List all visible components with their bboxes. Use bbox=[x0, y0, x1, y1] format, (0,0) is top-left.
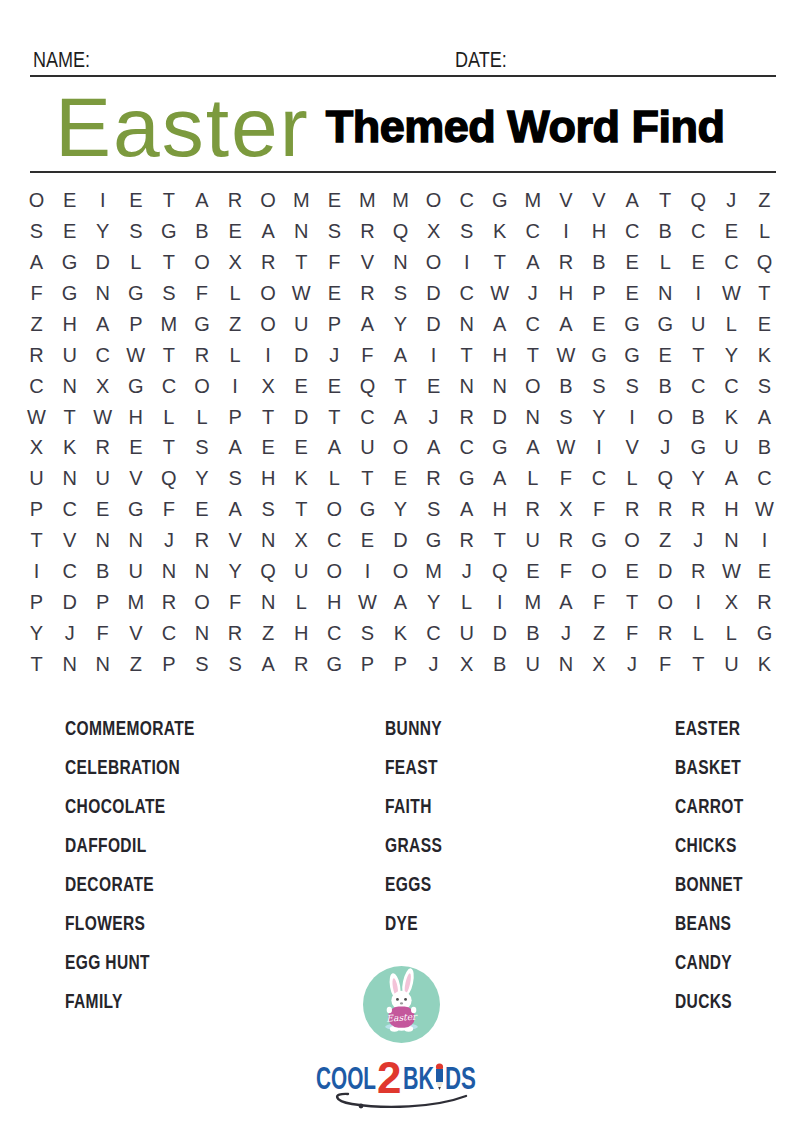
grid-cell[interactable]: N bbox=[252, 525, 285, 556]
grid-cell[interactable]: N bbox=[119, 525, 152, 556]
grid-cell[interactable]: D bbox=[417, 309, 450, 340]
grid-cell[interactable]: R bbox=[351, 216, 384, 247]
grid-cell[interactable]: D bbox=[53, 586, 86, 617]
grid-cell[interactable]: V bbox=[53, 525, 86, 556]
grid-cell[interactable]: E bbox=[417, 370, 450, 401]
grid-cell[interactable]: T bbox=[682, 339, 715, 370]
grid-cell[interactable]: U bbox=[119, 556, 152, 587]
grid-cell[interactable]: M bbox=[417, 556, 450, 587]
grid-cell[interactable]: B bbox=[86, 556, 119, 587]
grid-cell[interactable]: G bbox=[119, 278, 152, 309]
grid-cell[interactable]: J bbox=[649, 432, 682, 463]
grid-cell[interactable]: J bbox=[549, 617, 582, 648]
grid-cell[interactable]: T bbox=[450, 339, 483, 370]
grid-cell[interactable]: P bbox=[20, 586, 53, 617]
grid-cell[interactable]: D bbox=[483, 617, 516, 648]
grid-cell[interactable]: G bbox=[582, 339, 615, 370]
grid-cell[interactable]: S bbox=[252, 494, 285, 525]
grid-cell[interactable]: A bbox=[219, 494, 252, 525]
grid-cell[interactable]: B bbox=[516, 617, 549, 648]
grid-cell[interactable]: G bbox=[582, 525, 615, 556]
grid-cell[interactable]: R bbox=[20, 339, 53, 370]
grid-cell[interactable]: J bbox=[616, 648, 649, 679]
grid-cell[interactable]: T bbox=[53, 401, 86, 432]
grid-cell[interactable]: X bbox=[252, 370, 285, 401]
grid-cell[interactable]: E bbox=[119, 432, 152, 463]
grid-cell[interactable]: O bbox=[384, 556, 417, 587]
grid-cell[interactable]: R bbox=[748, 586, 781, 617]
grid-cell[interactable]: V bbox=[119, 463, 152, 494]
grid-cell[interactable]: E bbox=[351, 525, 384, 556]
grid-cell[interactable]: A bbox=[417, 432, 450, 463]
grid-cell[interactable]: E bbox=[285, 370, 318, 401]
grid-cell[interactable]: G bbox=[318, 648, 351, 679]
grid-cell[interactable]: L bbox=[516, 463, 549, 494]
grid-cell[interactable]: E bbox=[649, 339, 682, 370]
grid-cell[interactable]: Y bbox=[219, 556, 252, 587]
grid-cell[interactable]: T bbox=[682, 648, 715, 679]
grid-cell[interactable]: X bbox=[86, 370, 119, 401]
grid-cell[interactable]: H bbox=[252, 463, 285, 494]
grid-cell[interactable]: U bbox=[715, 648, 748, 679]
grid-cell[interactable]: R bbox=[682, 556, 715, 587]
grid-cell[interactable]: C bbox=[86, 339, 119, 370]
grid-cell[interactable]: A bbox=[384, 339, 417, 370]
grid-cell[interactable]: N bbox=[53, 648, 86, 679]
grid-cell[interactable]: U bbox=[715, 432, 748, 463]
grid-cell[interactable]: Z bbox=[20, 309, 53, 340]
grid-cell[interactable]: Y bbox=[384, 494, 417, 525]
grid-cell[interactable]: Y bbox=[185, 463, 218, 494]
grid-cell[interactable]: A bbox=[384, 586, 417, 617]
grid-cell[interactable]: E bbox=[384, 463, 417, 494]
grid-cell[interactable]: X bbox=[20, 432, 53, 463]
grid-cell[interactable]: A bbox=[483, 463, 516, 494]
grid-cell[interactable]: K bbox=[285, 463, 318, 494]
grid-cell[interactable]: T bbox=[152, 247, 185, 278]
grid-cell[interactable]: J bbox=[152, 525, 185, 556]
grid-cell[interactable]: C bbox=[318, 525, 351, 556]
grid-cell[interactable]: J bbox=[417, 648, 450, 679]
grid-cell[interactable]: N bbox=[285, 216, 318, 247]
grid-cell[interactable]: M bbox=[119, 586, 152, 617]
grid-cell[interactable]: T bbox=[649, 185, 682, 216]
grid-cell[interactable]: S bbox=[219, 463, 252, 494]
grid-cell[interactable]: S bbox=[384, 278, 417, 309]
word-list-item[interactable]: DYE bbox=[385, 903, 462, 942]
grid-cell[interactable]: A bbox=[549, 586, 582, 617]
grid-cell[interactable]: K bbox=[715, 401, 748, 432]
word-list-item[interactable]: BASKET bbox=[675, 747, 768, 786]
grid-cell[interactable]: P bbox=[318, 309, 351, 340]
grid-cell[interactable]: S bbox=[417, 494, 450, 525]
grid-cell[interactable]: X bbox=[582, 648, 615, 679]
grid-cell[interactable]: T bbox=[516, 339, 549, 370]
grid-cell[interactable]: T bbox=[483, 247, 516, 278]
grid-cell[interactable]: U bbox=[516, 525, 549, 556]
grid-cell[interactable]: U bbox=[682, 309, 715, 340]
grid-cell[interactable]: L bbox=[219, 278, 252, 309]
grid-cell[interactable]: L bbox=[616, 463, 649, 494]
grid-cell[interactable]: C bbox=[748, 463, 781, 494]
grid-cell[interactable]: D bbox=[285, 401, 318, 432]
grid-cell[interactable]: E bbox=[318, 370, 351, 401]
grid-cell[interactable]: H bbox=[715, 494, 748, 525]
grid-cell[interactable]: N bbox=[53, 463, 86, 494]
grid-cell[interactable]: F bbox=[185, 278, 218, 309]
grid-cell[interactable]: D bbox=[384, 525, 417, 556]
grid-cell[interactable]: N bbox=[516, 401, 549, 432]
grid-cell[interactable]: W bbox=[748, 494, 781, 525]
grid-cell[interactable]: N bbox=[185, 617, 218, 648]
grid-cell[interactable]: I bbox=[582, 432, 615, 463]
grid-cell[interactable]: N bbox=[185, 556, 218, 587]
grid-cell[interactable]: O bbox=[20, 185, 53, 216]
grid-cell[interactable]: S bbox=[20, 216, 53, 247]
grid-cell[interactable]: B bbox=[185, 216, 218, 247]
grid-cell[interactable]: B bbox=[649, 370, 682, 401]
grid-cell[interactable]: Q bbox=[649, 463, 682, 494]
grid-cell[interactable]: A bbox=[516, 432, 549, 463]
word-list-item[interactable]: DUCKS bbox=[675, 981, 768, 1020]
grid-cell[interactable]: Y bbox=[86, 216, 119, 247]
grid-cell[interactable]: G bbox=[351, 494, 384, 525]
grid-cell[interactable]: U bbox=[351, 432, 384, 463]
grid-cell[interactable]: V bbox=[549, 185, 582, 216]
grid-cell[interactable]: T bbox=[483, 525, 516, 556]
grid-cell[interactable]: E bbox=[252, 432, 285, 463]
word-list-item[interactable]: BUNNY bbox=[385, 708, 462, 747]
grid-cell[interactable]: B bbox=[483, 648, 516, 679]
word-list-item[interactable]: COMMEMORATE bbox=[65, 708, 240, 747]
grid-cell[interactable]: H bbox=[318, 586, 351, 617]
grid-cell[interactable]: P bbox=[384, 648, 417, 679]
grid-cell[interactable]: G bbox=[53, 278, 86, 309]
grid-cell[interactable]: H bbox=[483, 339, 516, 370]
grid-cell[interactable]: L bbox=[649, 247, 682, 278]
grid-cell[interactable]: L bbox=[715, 309, 748, 340]
grid-cell[interactable]: O bbox=[185, 586, 218, 617]
grid-cell[interactable]: S bbox=[748, 370, 781, 401]
grid-cell[interactable]: N bbox=[86, 525, 119, 556]
grid-cell[interactable]: A bbox=[748, 401, 781, 432]
grid-cell[interactable]: C bbox=[516, 216, 549, 247]
grid-cell[interactable]: C bbox=[715, 247, 748, 278]
grid-cell[interactable]: R bbox=[252, 247, 285, 278]
grid-cell[interactable]: A bbox=[86, 309, 119, 340]
grid-cell[interactable]: L bbox=[185, 401, 218, 432]
grid-cell[interactable]: F bbox=[582, 494, 615, 525]
grid-cell[interactable]: R bbox=[549, 525, 582, 556]
grid-cell[interactable]: G bbox=[185, 309, 218, 340]
grid-cell[interactable]: C bbox=[53, 494, 86, 525]
grid-cell[interactable]: K bbox=[748, 339, 781, 370]
grid-cell[interactable]: V bbox=[119, 617, 152, 648]
grid-cell[interactable]: E bbox=[582, 309, 615, 340]
grid-cell[interactable]: D bbox=[417, 278, 450, 309]
grid-cell[interactable]: U bbox=[516, 648, 549, 679]
grid-cell[interactable]: F bbox=[616, 617, 649, 648]
grid-cell[interactable]: E bbox=[715, 216, 748, 247]
grid-cell[interactable]: E bbox=[53, 185, 86, 216]
word-list-item[interactable]: FLOWERS bbox=[65, 903, 240, 942]
word-list-item[interactable]: CHOCOLATE bbox=[65, 786, 240, 825]
grid-cell[interactable]: L bbox=[748, 216, 781, 247]
name-date-line[interactable] bbox=[30, 75, 776, 77]
grid-cell[interactable]: I bbox=[417, 339, 450, 370]
grid-cell[interactable]: C bbox=[682, 216, 715, 247]
grid-cell[interactable]: S bbox=[318, 216, 351, 247]
grid-cell[interactable]: I bbox=[748, 525, 781, 556]
grid-cell[interactable]: S bbox=[119, 216, 152, 247]
grid-cell[interactable]: T bbox=[152, 339, 185, 370]
grid-cell[interactable]: X bbox=[417, 216, 450, 247]
grid-cell[interactable]: N bbox=[86, 278, 119, 309]
grid-cell[interactable]: W bbox=[549, 432, 582, 463]
grid-cell[interactable]: Z bbox=[219, 309, 252, 340]
grid-cell[interactable]: C bbox=[450, 278, 483, 309]
grid-cell[interactable]: N bbox=[483, 370, 516, 401]
grid-cell[interactable]: C bbox=[152, 370, 185, 401]
grid-cell[interactable]: Z bbox=[252, 617, 285, 648]
grid-cell[interactable]: Q bbox=[152, 463, 185, 494]
word-list-item[interactable]: FAITH bbox=[385, 786, 462, 825]
word-list-item[interactable]: CHICKS bbox=[675, 825, 768, 864]
grid-cell[interactable]: S bbox=[185, 648, 218, 679]
grid-cell[interactable]: I bbox=[351, 556, 384, 587]
grid-cell[interactable]: O bbox=[616, 525, 649, 556]
grid-cell[interactable]: L bbox=[715, 617, 748, 648]
grid-cell[interactable]: Q bbox=[682, 185, 715, 216]
grid-cell[interactable]: F bbox=[351, 339, 384, 370]
grid-cell[interactable]: Y bbox=[384, 309, 417, 340]
grid-cell[interactable]: K bbox=[483, 216, 516, 247]
grid-cell[interactable]: M bbox=[516, 586, 549, 617]
grid-cell[interactable]: R bbox=[616, 494, 649, 525]
grid-cell[interactable]: E bbox=[682, 247, 715, 278]
grid-cell[interactable]: C bbox=[152, 617, 185, 648]
grid-cell[interactable]: G bbox=[119, 370, 152, 401]
grid-cell[interactable]: A bbox=[715, 463, 748, 494]
grid-cell[interactable]: M bbox=[285, 185, 318, 216]
grid-cell[interactable]: F bbox=[20, 278, 53, 309]
grid-cell[interactable]: Q bbox=[748, 247, 781, 278]
grid-cell[interactable]: E bbox=[285, 432, 318, 463]
grid-cell[interactable]: M bbox=[384, 185, 417, 216]
grid-cell[interactable]: W bbox=[549, 339, 582, 370]
grid-cell[interactable]: N bbox=[86, 648, 119, 679]
grid-cell[interactable]: F bbox=[86, 617, 119, 648]
grid-cell[interactable]: T bbox=[351, 463, 384, 494]
grid-cell[interactable]: G bbox=[616, 309, 649, 340]
grid-cell[interactable]: N bbox=[252, 586, 285, 617]
grid-cell[interactable]: H bbox=[549, 278, 582, 309]
word-list-item[interactable]: CANDY bbox=[675, 942, 768, 981]
grid-cell[interactable]: A bbox=[252, 648, 285, 679]
grid-cell[interactable]: R bbox=[649, 617, 682, 648]
grid-cell[interactable]: F bbox=[152, 494, 185, 525]
grid-cell[interactable]: I bbox=[450, 247, 483, 278]
grid-cell[interactable]: T bbox=[285, 247, 318, 278]
grid-cell[interactable]: K bbox=[748, 648, 781, 679]
grid-cell[interactable]: R bbox=[450, 525, 483, 556]
grid-cell[interactable]: P bbox=[351, 648, 384, 679]
grid-cell[interactable]: B bbox=[549, 370, 582, 401]
grid-cell[interactable]: N bbox=[715, 525, 748, 556]
grid-cell[interactable]: P bbox=[219, 401, 252, 432]
grid-cell[interactable]: T bbox=[252, 401, 285, 432]
word-list-item[interactable]: EASTER bbox=[675, 708, 768, 747]
grid-cell[interactable]: P bbox=[119, 309, 152, 340]
grid-cell[interactable]: Y bbox=[417, 586, 450, 617]
grid-cell[interactable]: I bbox=[252, 339, 285, 370]
grid-cell[interactable]: H bbox=[483, 494, 516, 525]
grid-cell[interactable]: E bbox=[318, 278, 351, 309]
grid-cell[interactable]: L bbox=[219, 339, 252, 370]
grid-cell[interactable]: U bbox=[86, 463, 119, 494]
grid-cell[interactable]: X bbox=[715, 586, 748, 617]
grid-cell[interactable]: E bbox=[516, 556, 549, 587]
grid-cell[interactable]: V bbox=[219, 525, 252, 556]
grid-cell[interactable]: L bbox=[682, 617, 715, 648]
grid-cell[interactable]: L bbox=[152, 401, 185, 432]
grid-cell[interactable]: C bbox=[53, 556, 86, 587]
grid-cell[interactable]: E bbox=[185, 494, 218, 525]
grid-cell[interactable]: D bbox=[285, 339, 318, 370]
grid-cell[interactable]: S bbox=[351, 617, 384, 648]
word-list-item[interactable]: FEAST bbox=[385, 747, 462, 786]
grid-cell[interactable]: I bbox=[549, 216, 582, 247]
grid-cell[interactable]: W bbox=[715, 278, 748, 309]
grid-cell[interactable]: R bbox=[86, 432, 119, 463]
grid-cell[interactable]: Q bbox=[483, 556, 516, 587]
grid-cell[interactable]: V bbox=[616, 432, 649, 463]
word-list-item[interactable]: EGG HUNT bbox=[65, 942, 240, 981]
grid-cell[interactable]: T bbox=[318, 401, 351, 432]
grid-cell[interactable]: P bbox=[86, 586, 119, 617]
grid-cell[interactable]: R bbox=[185, 525, 218, 556]
grid-cell[interactable]: G bbox=[616, 339, 649, 370]
grid-cell[interactable]: W bbox=[483, 278, 516, 309]
grid-cell[interactable]: E bbox=[748, 556, 781, 587]
grid-cell[interactable]: U bbox=[285, 556, 318, 587]
grid-cell[interactable]: A bbox=[318, 432, 351, 463]
word-list-item[interactable]: DECORATE bbox=[65, 864, 240, 903]
grid-cell[interactable]: Y bbox=[582, 401, 615, 432]
grid-cell[interactable]: O bbox=[318, 556, 351, 587]
grid-cell[interactable]: A bbox=[252, 216, 285, 247]
word-list-item[interactable]: BEANS bbox=[675, 903, 768, 942]
grid-cell[interactable]: B bbox=[748, 432, 781, 463]
grid-cell[interactable]: E bbox=[748, 309, 781, 340]
grid-cell[interactable]: P bbox=[152, 648, 185, 679]
grid-cell[interactable]: J bbox=[318, 339, 351, 370]
grid-cell[interactable]: W bbox=[351, 586, 384, 617]
grid-cell[interactable]: O bbox=[252, 278, 285, 309]
grid-cell[interactable]: K bbox=[384, 617, 417, 648]
grid-cell[interactable]: L bbox=[285, 586, 318, 617]
grid-cell[interactable]: V bbox=[582, 185, 615, 216]
grid-cell[interactable]: G bbox=[152, 216, 185, 247]
grid-cell[interactable]: D bbox=[86, 247, 119, 278]
grid-cell[interactable]: T bbox=[20, 525, 53, 556]
grid-cell[interactable]: Z bbox=[119, 648, 152, 679]
grid-cell[interactable]: C bbox=[682, 370, 715, 401]
grid-cell[interactable]: O bbox=[384, 432, 417, 463]
grid-cell[interactable]: T bbox=[748, 278, 781, 309]
grid-cell[interactable]: G bbox=[417, 525, 450, 556]
grid-cell[interactable]: Y bbox=[682, 463, 715, 494]
grid-cell[interactable]: F bbox=[549, 463, 582, 494]
grid-cell[interactable]: R bbox=[450, 401, 483, 432]
grid-cell[interactable]: J bbox=[682, 525, 715, 556]
grid-cell[interactable]: A bbox=[351, 309, 384, 340]
grid-cell[interactable]: O bbox=[417, 185, 450, 216]
grid-cell[interactable]: G bbox=[649, 309, 682, 340]
grid-cell[interactable]: S bbox=[549, 401, 582, 432]
grid-cell[interactable]: G bbox=[682, 432, 715, 463]
grid-cell[interactable]: O bbox=[582, 556, 615, 587]
grid-cell[interactable]: V bbox=[351, 247, 384, 278]
grid-cell[interactable]: E bbox=[616, 278, 649, 309]
grid-cell[interactable]: Q bbox=[384, 216, 417, 247]
grid-cell[interactable]: B bbox=[649, 216, 682, 247]
grid-cell[interactable]: E bbox=[119, 185, 152, 216]
grid-cell[interactable]: W bbox=[119, 339, 152, 370]
grid-cell[interactable]: G bbox=[119, 494, 152, 525]
grid-cell[interactable]: Q bbox=[252, 556, 285, 587]
grid-cell[interactable]: O bbox=[185, 370, 218, 401]
grid-cell[interactable]: U bbox=[53, 339, 86, 370]
grid-cell[interactable]: D bbox=[483, 401, 516, 432]
word-list-item[interactable]: EGGS bbox=[385, 864, 462, 903]
grid-cell[interactable]: I bbox=[86, 185, 119, 216]
grid-cell[interactable]: J bbox=[450, 556, 483, 587]
grid-cell[interactable]: T bbox=[20, 648, 53, 679]
grid-cell[interactable]: S bbox=[219, 648, 252, 679]
grid-cell[interactable]: T bbox=[152, 185, 185, 216]
grid-cell[interactable]: A bbox=[185, 185, 218, 216]
grid-cell[interactable]: C bbox=[516, 309, 549, 340]
grid-cell[interactable]: F bbox=[582, 586, 615, 617]
grid-cell[interactable]: I bbox=[682, 278, 715, 309]
grid-cell[interactable]: O bbox=[649, 401, 682, 432]
grid-cell[interactable]: T bbox=[384, 370, 417, 401]
grid-cell[interactable]: L bbox=[450, 586, 483, 617]
grid-cell[interactable]: U bbox=[450, 617, 483, 648]
grid-cell[interactable]: N bbox=[384, 247, 417, 278]
grid-cell[interactable]: S bbox=[616, 370, 649, 401]
grid-cell[interactable]: H bbox=[119, 401, 152, 432]
grid-cell[interactable]: M bbox=[152, 309, 185, 340]
grid-cell[interactable]: F bbox=[549, 556, 582, 587]
grid-cell[interactable]: D bbox=[649, 556, 682, 587]
grid-cell[interactable]: R bbox=[351, 278, 384, 309]
grid-cell[interactable]: S bbox=[185, 432, 218, 463]
grid-cell[interactable]: E bbox=[53, 216, 86, 247]
grid-cell[interactable]: K bbox=[53, 432, 86, 463]
grid-cell[interactable]: N bbox=[549, 648, 582, 679]
grid-cell[interactable]: R bbox=[682, 494, 715, 525]
grid-cell[interactable]: X bbox=[549, 494, 582, 525]
grid-cell[interactable]: N bbox=[649, 278, 682, 309]
grid-cell[interactable]: W bbox=[285, 278, 318, 309]
grid-cell[interactable]: O bbox=[252, 185, 285, 216]
grid-cell[interactable]: R bbox=[649, 494, 682, 525]
grid-cell[interactable]: E bbox=[616, 247, 649, 278]
grid-cell[interactable]: L bbox=[318, 463, 351, 494]
grid-cell[interactable]: Z bbox=[748, 185, 781, 216]
